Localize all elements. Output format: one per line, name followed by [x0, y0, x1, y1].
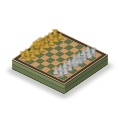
gold-pawn[interactable]: ♟ — [24, 55, 31, 63]
silver-rook[interactable]: ♜ — [57, 70, 65, 79]
chessboard-scene: ♜♟♟♜♞♟♟♞♝♟♟♝♛♟♟♛♚♟♟♚♝♟♟♝♞♟♟♞♜♟♟♜ — [12, 30, 108, 85]
chess-set-photo: ♜♟♟♜♞♟♟♞♝♟♟♝♛♟♟♛♚♟♟♚♝♟♟♝♞♟♟♞♜♟♟♜ — [0, 0, 120, 120]
